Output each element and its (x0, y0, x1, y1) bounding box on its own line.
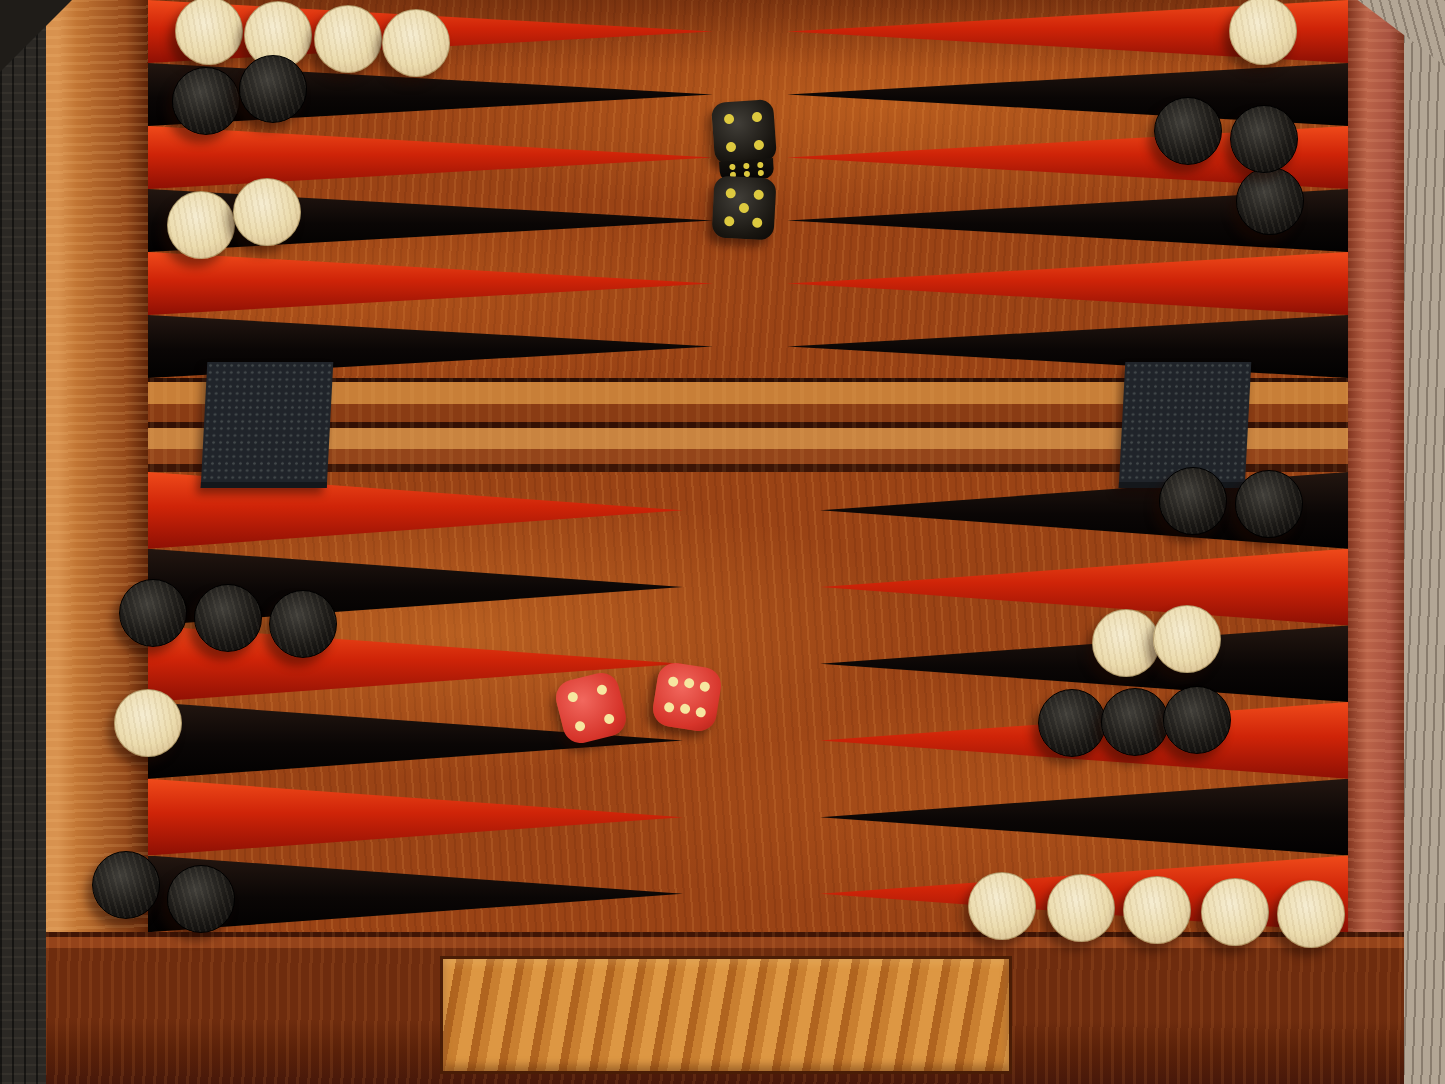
checker-black-point-2[interactable] (239, 55, 307, 123)
die-black-5[interactable] (711, 175, 776, 240)
die-pip (603, 713, 615, 725)
checker-white-point-13[interactable] (1123, 876, 1191, 944)
checker-white-point-13[interactable] (1277, 880, 1345, 948)
die-red-6[interactable] (650, 660, 723, 733)
die-pip (754, 189, 765, 200)
die-pip (752, 218, 763, 229)
die-pip (757, 162, 763, 168)
checker-white-point-1[interactable] (314, 5, 382, 73)
die-pip (724, 216, 735, 227)
checker-black-point-21[interactable] (1236, 167, 1304, 235)
deck-planks (1404, 0, 1445, 1084)
die-pip (730, 164, 736, 170)
checker-black-point-2[interactable] (172, 67, 240, 135)
checker-white-point-10[interactable] (114, 689, 182, 757)
checker-black-point-8[interactable] (269, 590, 337, 658)
die-pip (739, 203, 750, 214)
die-black-4[interactable] (711, 99, 777, 165)
checker-black-point-23[interactable] (1230, 105, 1298, 173)
checker-white-point-13[interactable] (1047, 874, 1115, 942)
checker-white-point-1[interactable] (382, 9, 450, 77)
die-pip (683, 677, 694, 688)
checker-white-point-1[interactable] (175, 0, 243, 65)
die-pip (667, 676, 678, 687)
checker-black-point-15[interactable] (1038, 689, 1106, 757)
checker-black-point-15[interactable] (1101, 688, 1169, 756)
checker-white-point-24[interactable] (1229, 0, 1297, 65)
checker-black-point-15[interactable] (1163, 686, 1231, 754)
die-pip (663, 701, 674, 712)
die-pip (754, 140, 765, 151)
left-rail (46, 0, 148, 1084)
die-pip (574, 720, 586, 732)
die-pip (723, 113, 734, 124)
checker-black-point-8[interactable] (194, 584, 262, 652)
checker-white-point-16[interactable] (1153, 605, 1221, 673)
checker-black-point-8[interactable] (119, 579, 187, 647)
die-pip (699, 681, 710, 692)
table-edge-left (0, 0, 46, 1084)
checker-black-point-23[interactable] (1154, 97, 1222, 165)
die-pip (679, 703, 690, 714)
die-pip (757, 170, 763, 176)
die-pip (743, 163, 749, 169)
die-pip (596, 684, 608, 696)
right-rail (1348, 0, 1412, 1084)
checker-black-point-12[interactable] (92, 851, 160, 919)
die-pip (725, 188, 736, 199)
checker-white-point-16[interactable] (1092, 609, 1160, 677)
die-pip (695, 706, 706, 717)
latch-plate (440, 956, 1012, 1074)
die-pip (567, 691, 579, 703)
die-pip (725, 142, 736, 153)
backgammon-board-photo (0, 0, 1445, 1084)
checker-black-point-12[interactable] (167, 865, 235, 933)
checker-white-point-4[interactable] (233, 178, 301, 246)
hinge-strap-left (201, 362, 334, 488)
checker-black-point-18[interactable] (1235, 470, 1303, 538)
die-pip (752, 111, 763, 122)
checker-black-point-18[interactable] (1159, 467, 1227, 535)
checker-white-point-4[interactable] (167, 191, 235, 259)
checker-white-point-13[interactable] (968, 872, 1036, 940)
checker-white-point-13[interactable] (1201, 878, 1269, 946)
